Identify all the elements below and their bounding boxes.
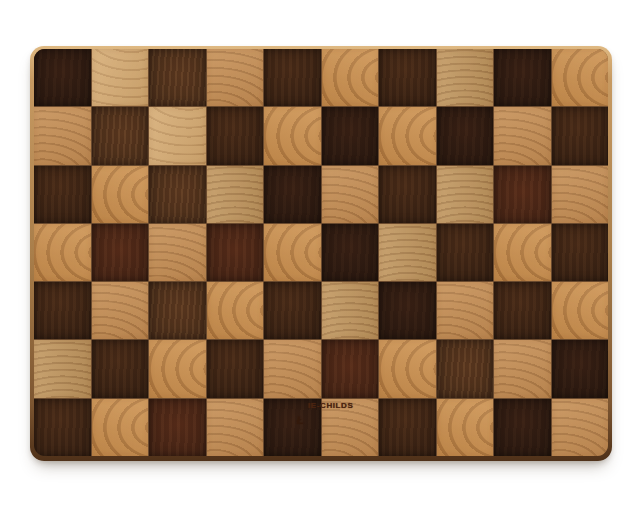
board-cell-r4c2 xyxy=(92,224,149,281)
board-cell-r1c4 xyxy=(207,49,264,106)
board-cell-r5c7 xyxy=(379,282,436,339)
board-cell-r6c2 xyxy=(92,340,149,397)
board-cell-r4c10 xyxy=(552,224,609,281)
board-cell-r3c1 xyxy=(34,166,91,223)
board-cell-r3c5 xyxy=(264,166,321,223)
board-cell-r6c8 xyxy=(437,340,494,397)
board-cell-r3c2 xyxy=(92,166,149,223)
board-cell-r7c3 xyxy=(149,399,206,456)
board-cell-r4c1 xyxy=(34,224,91,281)
brand-stamp: IE-CHILDS xyxy=(308,401,388,410)
checkerboard-grid xyxy=(34,49,608,456)
board-cell-r1c3 xyxy=(149,49,206,106)
board-cell-r1c6 xyxy=(322,49,379,106)
board-cell-r5c3 xyxy=(149,282,206,339)
board-cell-r2c2 xyxy=(92,107,149,164)
board-cell-r6c7 xyxy=(379,340,436,397)
board-cell-r2c7 xyxy=(379,107,436,164)
board-cell-r6c5 xyxy=(264,340,321,397)
board-cell-r2c8 xyxy=(437,107,494,164)
board-cell-r6c10 xyxy=(552,340,609,397)
board-cell-r7c2 xyxy=(92,399,149,456)
board-cell-r2c6 xyxy=(322,107,379,164)
board-cell-r5c6 xyxy=(322,282,379,339)
board-cell-r1c8 xyxy=(437,49,494,106)
board-cell-r2c1 xyxy=(34,107,91,164)
board-cell-r2c5 xyxy=(264,107,321,164)
board-cell-r4c7 xyxy=(379,224,436,281)
board-cell-r1c7 xyxy=(379,49,436,106)
board-cell-r3c3 xyxy=(149,166,206,223)
board-cell-r1c2 xyxy=(92,49,149,106)
board-cell-r6c6 xyxy=(322,340,379,397)
board-cell-r4c4 xyxy=(207,224,264,281)
board-cell-r2c4 xyxy=(207,107,264,164)
maker-mark: Ł xyxy=(296,414,304,426)
board-cell-r3c4 xyxy=(207,166,264,223)
cutting-board xyxy=(30,46,612,461)
board-cell-r6c1 xyxy=(34,340,91,397)
board-cell-r3c7 xyxy=(379,166,436,223)
board-cell-r1c1 xyxy=(34,49,91,106)
board-cell-r2c10 xyxy=(552,107,609,164)
board-cell-r6c3 xyxy=(149,340,206,397)
product-photo-stage: IE-CHILDS Ł xyxy=(0,0,634,511)
board-cell-r7c8 xyxy=(437,399,494,456)
board-cell-r5c2 xyxy=(92,282,149,339)
board-cell-r1c10 xyxy=(552,49,609,106)
board-cell-r3c8 xyxy=(437,166,494,223)
board-cell-r7c9 xyxy=(494,399,551,456)
board-cell-r4c6 xyxy=(322,224,379,281)
board-cell-r5c10 xyxy=(552,282,609,339)
board-cell-r2c9 xyxy=(494,107,551,164)
board-cell-r5c9 xyxy=(494,282,551,339)
board-cell-r5c1 xyxy=(34,282,91,339)
board-cell-r7c4 xyxy=(207,399,264,456)
board-cell-r3c10 xyxy=(552,166,609,223)
board-cell-r5c4 xyxy=(207,282,264,339)
board-cell-r1c5 xyxy=(264,49,321,106)
board-cell-r1c9 xyxy=(494,49,551,106)
board-cell-r6c4 xyxy=(207,340,264,397)
board-cell-r2c3 xyxy=(149,107,206,164)
board-cell-r4c8 xyxy=(437,224,494,281)
board-cell-r4c5 xyxy=(264,224,321,281)
board-cell-r7c10 xyxy=(552,399,609,456)
board-cell-r7c1 xyxy=(34,399,91,456)
board-cell-r3c6 xyxy=(322,166,379,223)
board-cell-r6c9 xyxy=(494,340,551,397)
board-cell-r5c5 xyxy=(264,282,321,339)
board-cell-r3c9 xyxy=(494,166,551,223)
board-cell-r5c8 xyxy=(437,282,494,339)
board-cell-r4c3 xyxy=(149,224,206,281)
board-cell-r4c9 xyxy=(494,224,551,281)
